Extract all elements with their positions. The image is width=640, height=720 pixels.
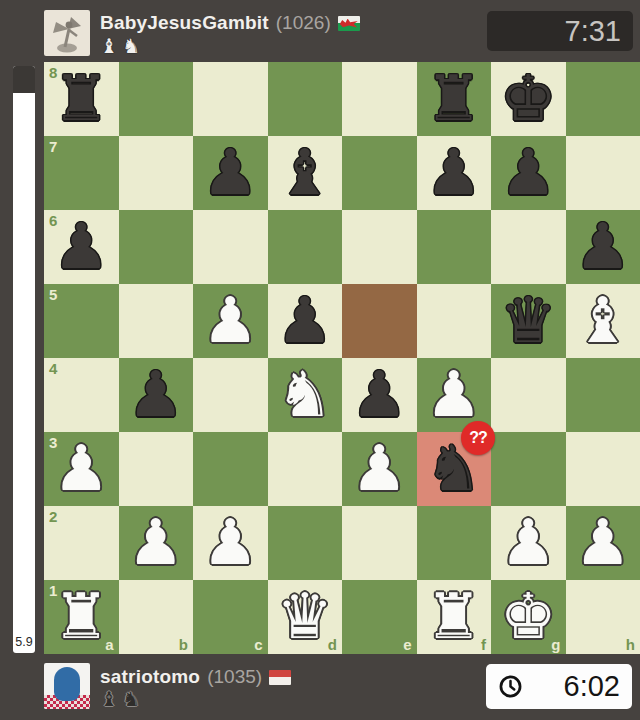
piece-white-bishop[interactable]: ♝ (575, 284, 631, 358)
square-a5[interactable]: 5 (44, 284, 119, 358)
piece-black-pawn[interactable]: ♟ (351, 358, 407, 432)
evaluation-bar: 5.9 (13, 66, 35, 653)
square-a1[interactable]: 1a♜ (44, 580, 119, 654)
game-screen: BabyJesusGambit (1026) ♝♞ 7:31 5.9 8♜♜♚7… (0, 0, 640, 720)
square-g5[interactable]: ♛ (491, 284, 566, 358)
piece-black-pawn[interactable]: ♟ (128, 358, 184, 432)
chess-board[interactable]: 8♜♜♚7♟♝♟♟6♟♟5♟♟♛♝4♟♞♟♟3♟♟♞2♟♟♟♟1a♜bcd♛ef… (44, 62, 640, 654)
piece-white-knight[interactable]: ♞ (277, 358, 333, 432)
square-h3[interactable] (566, 432, 640, 506)
square-d2[interactable] (268, 506, 343, 580)
file-coordinate-c: c (254, 636, 262, 653)
square-h4[interactable] (566, 358, 640, 432)
piece-black-pawn[interactable]: ♟ (202, 136, 258, 210)
captured-black-bishop: ♝ (100, 688, 118, 710)
file-coordinate-d: d (328, 636, 337, 653)
square-h2[interactable]: ♟ (566, 506, 640, 580)
rank-coordinate-3: 3 (49, 434, 57, 451)
top-player-username[interactable]: BabyJesusGambit (100, 12, 269, 34)
square-g4[interactable] (491, 358, 566, 432)
piece-white-pawn[interactable]: ♟ (202, 506, 258, 580)
square-b5[interactable] (119, 284, 194, 358)
square-f8[interactable]: ♜ (417, 62, 492, 136)
square-g6[interactable] (491, 210, 566, 284)
square-h5[interactable]: ♝ (566, 284, 640, 358)
square-b6[interactable] (119, 210, 194, 284)
avatar-top-player[interactable] (44, 10, 90, 56)
top-player-name-row: BabyJesusGambit (1026) (100, 12, 360, 34)
square-a6[interactable]: 6♟ (44, 210, 119, 284)
square-a3[interactable]: 3♟ (44, 432, 119, 506)
square-b3[interactable] (119, 432, 194, 506)
square-d4[interactable]: ♞ (268, 358, 343, 432)
square-b2[interactable]: ♟ (119, 506, 194, 580)
file-coordinate-a: a (105, 636, 113, 653)
bottom-player-name-row: satriotomo (1035) (100, 666, 291, 688)
square-e6[interactable] (342, 210, 417, 284)
square-d3[interactable] (268, 432, 343, 506)
file-coordinate-h: h (626, 636, 635, 653)
piece-black-pawn[interactable]: ♟ (277, 284, 333, 358)
square-d8[interactable] (268, 62, 343, 136)
piece-white-pawn[interactable]: ♟ (351, 432, 407, 506)
piece-black-pawn[interactable]: ♟ (500, 136, 556, 210)
avatar-top-image (44, 10, 90, 56)
square-c2[interactable]: ♟ (193, 506, 268, 580)
square-c4[interactable] (193, 358, 268, 432)
top-player-clock: 7:31 (487, 11, 633, 51)
avatar-bottom-image (44, 663, 90, 709)
square-c7[interactable]: ♟ (193, 136, 268, 210)
square-d6[interactable] (268, 210, 343, 284)
bottom-player-clock: 6:02 (486, 664, 632, 709)
piece-white-pawn[interactable]: ♟ (500, 506, 556, 580)
square-f2[interactable] (417, 506, 492, 580)
captured-white-knight: ♞ (122, 35, 140, 57)
rank-coordinate-4: 4 (49, 360, 57, 377)
bottom-player-captured-pieces: ♝♞ (100, 688, 144, 710)
piece-black-pawn[interactable]: ♟ (53, 210, 109, 284)
square-b4[interactable]: ♟ (119, 358, 194, 432)
square-e3[interactable]: ♟ (342, 432, 417, 506)
square-g2[interactable]: ♟ (491, 506, 566, 580)
square-e8[interactable] (342, 62, 417, 136)
square-g3[interactable] (491, 432, 566, 506)
piece-black-bishop[interactable]: ♝ (277, 136, 333, 210)
square-d1[interactable]: d♛ (268, 580, 343, 654)
clock-icon (498, 674, 523, 699)
top-player-rating: (1026) (276, 12, 331, 34)
square-f6[interactable] (417, 210, 492, 284)
rank-coordinate-7: 7 (49, 138, 57, 155)
square-a8[interactable]: 8♜ (44, 62, 119, 136)
file-coordinate-g: g (551, 636, 560, 653)
piece-black-king[interactable]: ♚ (500, 62, 556, 136)
square-f5[interactable] (417, 284, 492, 358)
piece-black-rook[interactable]: ♜ (426, 62, 482, 136)
top-player-bar: BabyJesusGambit (1026) ♝♞ 7:31 (0, 0, 640, 62)
piece-white-rook[interactable]: ♜ (426, 580, 482, 654)
bottom-player-username[interactable]: satriotomo (100, 666, 200, 688)
indonesia-flag-icon (269, 670, 291, 685)
piece-white-pawn[interactable]: ♟ (575, 506, 631, 580)
piece-white-pawn[interactable]: ♟ (128, 506, 184, 580)
rank-coordinate-6: 6 (49, 212, 57, 229)
piece-white-rook[interactable]: ♜ (53, 580, 109, 654)
piece-white-pawn[interactable]: ♟ (202, 284, 258, 358)
evaluation-score: 5.9 (13, 635, 35, 649)
square-b1[interactable]: b (119, 580, 194, 654)
bottom-player-bar: satriotomo (1035) ♝♞ 6:02 (0, 654, 640, 720)
wales-flag-icon (338, 16, 360, 31)
rank-coordinate-2: 2 (49, 508, 57, 525)
top-player-captured-pieces: ♝♞ (100, 35, 144, 57)
square-g8[interactable]: ♚ (491, 62, 566, 136)
rank-coordinate-1: 1 (49, 582, 57, 599)
top-clock-time: 7:31 (565, 15, 621, 48)
square-c1[interactable]: c (193, 580, 268, 654)
square-e5[interactable] (342, 284, 417, 358)
square-a4[interactable]: 4 (44, 358, 119, 432)
avatar-bottom-player[interactable] (44, 663, 90, 709)
square-b7[interactable] (119, 136, 194, 210)
square-h6[interactable]: ♟ (566, 210, 640, 284)
square-c5[interactable]: ♟ (193, 284, 268, 358)
bottom-clock-time: 6:02 (564, 670, 620, 703)
piece-white-pawn[interactable]: ♟ (53, 432, 109, 506)
square-d5[interactable]: ♟ (268, 284, 343, 358)
file-coordinate-b: b (179, 636, 188, 653)
evaluation-black-portion (13, 66, 35, 93)
square-h8[interactable] (566, 62, 640, 136)
captured-white-bishop: ♝ (100, 35, 118, 57)
square-h1[interactable]: h (566, 580, 640, 654)
file-coordinate-f: f (481, 636, 486, 653)
rank-coordinate-5: 5 (49, 286, 57, 303)
square-c8[interactable] (193, 62, 268, 136)
square-h7[interactable] (566, 136, 640, 210)
square-e1[interactable]: e (342, 580, 417, 654)
square-g1[interactable]: g♚ (491, 580, 566, 654)
piece-white-queen[interactable]: ♛ (277, 580, 333, 654)
square-b8[interactable] (119, 62, 194, 136)
file-coordinate-e: e (403, 636, 411, 653)
square-e7[interactable] (342, 136, 417, 210)
captured-black-knight: ♞ (122, 688, 140, 710)
square-e2[interactable] (342, 506, 417, 580)
square-c6[interactable] (193, 210, 268, 284)
square-g7[interactable]: ♟ (491, 136, 566, 210)
piece-white-king[interactable]: ♚ (500, 580, 556, 654)
bottom-player-rating: (1035) (207, 666, 262, 688)
square-a7[interactable]: 7 (44, 136, 119, 210)
square-a2[interactable]: 2 (44, 506, 119, 580)
square-e4[interactable]: ♟ (342, 358, 417, 432)
square-f1[interactable]: f♜ (417, 580, 492, 654)
piece-black-pawn[interactable]: ♟ (575, 210, 631, 284)
piece-black-pawn[interactable]: ♟ (426, 136, 482, 210)
square-c3[interactable] (193, 432, 268, 506)
square-f7[interactable]: ♟ (417, 136, 492, 210)
blunder-badge: ?? (461, 421, 495, 455)
piece-black-rook[interactable]: ♜ (53, 62, 109, 136)
piece-black-queen[interactable]: ♛ (500, 284, 556, 358)
rank-coordinate-8: 8 (49, 64, 57, 81)
avatar-head (54, 667, 80, 701)
square-d7[interactable]: ♝ (268, 136, 343, 210)
